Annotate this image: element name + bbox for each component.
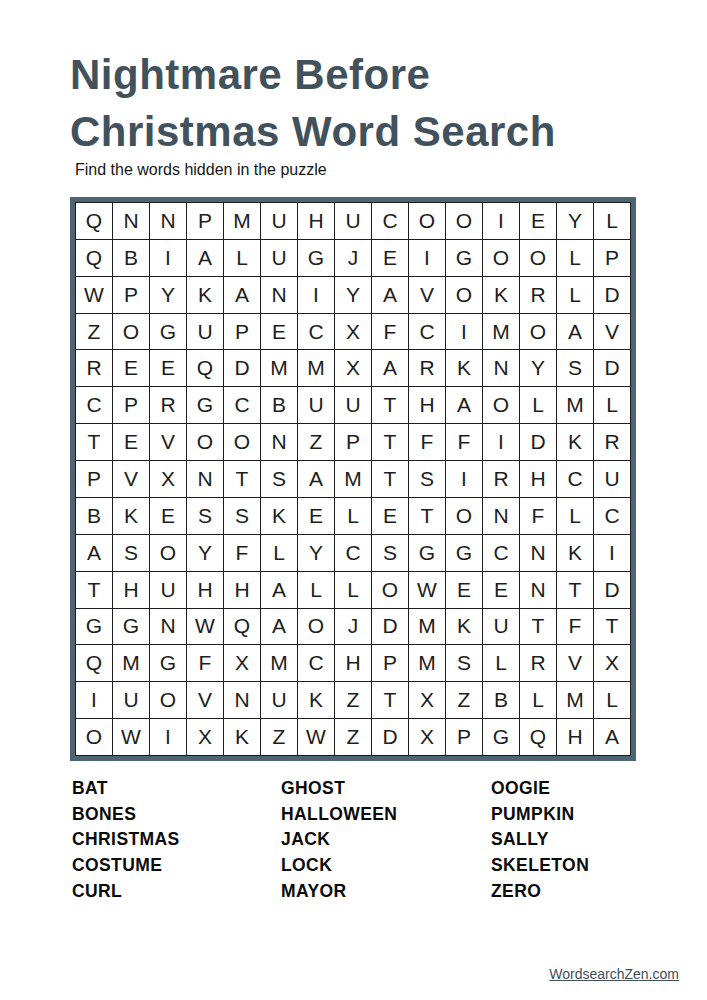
grid-cell-r10c15: I (594, 535, 630, 571)
grid-cell-r1c5: M (224, 203, 260, 239)
grid-cell-r1c14: Y (557, 203, 593, 239)
grid-cell-r13c15: X (594, 645, 630, 681)
grid-cell-r2c10: I (409, 240, 445, 276)
grid-cell-r9c2: K (113, 498, 149, 534)
word-list-column-2: GHOSTHALLOWEENJACKLOCKMAYOR (281, 776, 397, 905)
grid-cell-r3c9: A (372, 277, 408, 313)
grid-cell-r5c8: X (335, 350, 371, 386)
grid-cell-r6c5: C (224, 387, 260, 423)
grid-cell-r1c15: L (594, 203, 630, 239)
grid-cell-r10c10: G (409, 535, 445, 571)
grid-cell-r7c1: T (76, 424, 112, 460)
grid-cell-r11c8: L (335, 572, 371, 608)
grid-cell-r2c9: E (372, 240, 408, 276)
grid-cell-r6c4: G (187, 387, 223, 423)
grid-cell-r1c13: E (520, 203, 556, 239)
word-list-item: BONES (72, 802, 180, 828)
grid-cell-r14c10: X (409, 682, 445, 718)
grid-cell-r14c15: L (594, 682, 630, 718)
grid-cell-r14c14: M (557, 682, 593, 718)
grid-cell-r6c14: M (557, 387, 593, 423)
word-list-item: LOCK (281, 853, 397, 879)
grid-cell-r13c9: P (372, 645, 408, 681)
grid-cell-r11c2: H (113, 572, 149, 608)
grid-cell-r3c15: D (594, 277, 630, 313)
grid-cell-r4c7: C (298, 314, 334, 350)
grid-cell-r5c14: S (557, 350, 593, 386)
grid-cell-r11c5: H (224, 572, 260, 608)
grid-cell-r4c5: P (224, 314, 260, 350)
grid-cell-r15c5: K (224, 719, 260, 755)
word-list-item: MAYOR (281, 879, 397, 905)
grid-cell-r14c3: O (150, 682, 186, 718)
grid-cell-r11c1: T (76, 572, 112, 608)
grid-cell-r3c5: A (224, 277, 260, 313)
grid-cell-r9c10: T (409, 498, 445, 534)
grid-cell-r6c9: T (372, 387, 408, 423)
grid-cell-r12c3: N (150, 609, 186, 645)
grid-cell-r2c2: B (113, 240, 149, 276)
grid-cell-r6c12: O (483, 387, 519, 423)
grid-cell-r1c1: Q (76, 203, 112, 239)
grid-cell-r4c9: F (372, 314, 408, 350)
grid-cell-r8c7: A (298, 461, 334, 497)
grid-cell-r10c9: S (372, 535, 408, 571)
grid-cell-r9c7: E (298, 498, 334, 534)
word-list-item: BAT (72, 776, 180, 802)
word-list-item: CURL (72, 879, 180, 905)
grid-cell-r7c14: K (557, 424, 593, 460)
grid-cell-r5c1: R (76, 350, 112, 386)
grid-cell-r3c12: K (483, 277, 519, 313)
grid-cell-r7c13: D (520, 424, 556, 460)
grid-cell-r3c6: N (261, 277, 297, 313)
grid-cell-r15c2: W (113, 719, 149, 755)
grid-cell-r11c12: E (483, 572, 519, 608)
grid-cell-r8c13: H (520, 461, 556, 497)
grid-cell-r2c6: U (261, 240, 297, 276)
grid-cell-r2c1: Q (76, 240, 112, 276)
grid-cell-r5c3: E (150, 350, 186, 386)
grid-cell-r7c4: O (187, 424, 223, 460)
grid-cell-r14c5: N (224, 682, 260, 718)
word-list-item: PUMPKIN (491, 802, 589, 828)
grid-cell-r7c12: I (483, 424, 519, 460)
grid-cell-r8c3: X (150, 461, 186, 497)
grid-cell-r9c8: L (335, 498, 371, 534)
grid-cell-r2c4: A (187, 240, 223, 276)
grid-cell-r4c6: E (261, 314, 297, 350)
grid-cell-r4c15: V (594, 314, 630, 350)
site-link[interactable]: WordsearchZen.com (549, 966, 679, 982)
grid-cell-r8c4: N (187, 461, 223, 497)
grid-cell-r9c5: S (224, 498, 260, 534)
grid-cell-r4c10: C (409, 314, 445, 350)
grid-cell-r1c12: I (483, 203, 519, 239)
grid-cell-r11c14: T (557, 572, 593, 608)
grid-cell-r6c11: A (446, 387, 482, 423)
grid-cell-r14c2: U (113, 682, 149, 718)
grid-cell-r11c13: N (520, 572, 556, 608)
grid-cell-r8c14: C (557, 461, 593, 497)
grid-cell-r5c13: Y (520, 350, 556, 386)
puzzle-page: Nightmare Before Christmas Word Search F… (0, 0, 707, 1000)
grid-cell-r1c6: U (261, 203, 297, 239)
grid-cell-r3c11: O (446, 277, 482, 313)
grid-cell-r15c4: X (187, 719, 223, 755)
word-search-grid: QNNPMUHUCOOIEYLQBIALUGJEIGOOLPWPYKANIYAV… (76, 203, 630, 755)
grid-cell-r14c1: I (76, 682, 112, 718)
grid-cell-r6c3: R (150, 387, 186, 423)
word-list-item: ZERO (491, 879, 589, 905)
grid-cell-r15c8: Z (335, 719, 371, 755)
grid-cell-r12c14: F (557, 609, 593, 645)
grid-cell-r12c10: M (409, 609, 445, 645)
grid-cell-r13c14: V (557, 645, 593, 681)
grid-cell-r6c8: U (335, 387, 371, 423)
grid-cell-r8c5: T (224, 461, 260, 497)
grid-cell-r5c10: R (409, 350, 445, 386)
grid-cell-r10c5: F (224, 535, 260, 571)
grid-cell-r4c2: O (113, 314, 149, 350)
grid-cell-r10c14: K (557, 535, 593, 571)
word-list-item: SALLY (491, 827, 589, 853)
grid-cell-r2c14: L (557, 240, 593, 276)
grid-cell-r2c11: G (446, 240, 482, 276)
grid-cell-r13c4: F (187, 645, 223, 681)
grid-cell-r2c8: J (335, 240, 371, 276)
grid-cell-r7c11: F (446, 424, 482, 460)
grid-cell-r11c7: L (298, 572, 334, 608)
grid-cell-r14c12: B (483, 682, 519, 718)
grid-cell-r6c1: C (76, 387, 112, 423)
grid-cell-r15c7: W (298, 719, 334, 755)
grid-cell-r12c2: G (113, 609, 149, 645)
grid-cell-r5c7: M (298, 350, 334, 386)
grid-cell-r10c3: O (150, 535, 186, 571)
word-list-item: COSTUME (72, 853, 180, 879)
grid-cell-r13c13: R (520, 645, 556, 681)
grid-cell-r13c2: M (113, 645, 149, 681)
grid-cell-r6c6: B (261, 387, 297, 423)
grid-cell-r5c15: D (594, 350, 630, 386)
grid-cell-r2c5: L (224, 240, 260, 276)
grid-cell-r4c11: I (446, 314, 482, 350)
grid-cell-r10c13: N (520, 535, 556, 571)
grid-cell-r15c1: O (76, 719, 112, 755)
grid-cell-r1c7: H (298, 203, 334, 239)
grid-cell-r6c2: P (113, 387, 149, 423)
grid-cell-r13c12: L (483, 645, 519, 681)
grid-cell-r2c12: O (483, 240, 519, 276)
grid-cell-r10c8: C (335, 535, 371, 571)
grid-cell-r11c15: D (594, 572, 630, 608)
grid-cell-r7c8: P (335, 424, 371, 460)
grid-cell-r8c12: R (483, 461, 519, 497)
grid-cell-r4c12: M (483, 314, 519, 350)
grid-cell-r11c10: W (409, 572, 445, 608)
word-list-item: GHOST (281, 776, 397, 802)
grid-cell-r3c14: L (557, 277, 593, 313)
grid-cell-r12c12: U (483, 609, 519, 645)
word-list-item: SKELETON (491, 853, 589, 879)
grid-cell-r5c6: M (261, 350, 297, 386)
word-list-item: HALLOWEEN (281, 802, 397, 828)
grid-cell-r8c10: S (409, 461, 445, 497)
grid-cell-r8c2: V (113, 461, 149, 497)
grid-cell-r14c9: T (372, 682, 408, 718)
grid-cell-r7c2: E (113, 424, 149, 460)
grid-cell-r12c6: A (261, 609, 297, 645)
grid-cell-r7c6: N (261, 424, 297, 460)
grid-cell-r3c1: W (76, 277, 112, 313)
grid-cell-r9c3: E (150, 498, 186, 534)
grid-cell-r3c8: Y (335, 277, 371, 313)
grid-cell-r12c4: W (187, 609, 223, 645)
grid-cell-r9c15: C (594, 498, 630, 534)
grid-cell-r7c9: T (372, 424, 408, 460)
grid-cell-r14c4: V (187, 682, 223, 718)
grid-cell-r11c6: A (261, 572, 297, 608)
grid-cell-r15c11: P (446, 719, 482, 755)
grid-cell-r3c4: K (187, 277, 223, 313)
grid-cell-r7c10: F (409, 424, 445, 460)
grid-cell-r8c15: U (594, 461, 630, 497)
grid-cell-r10c11: G (446, 535, 482, 571)
grid-cell-r5c5: D (224, 350, 260, 386)
grid-cell-r14c13: L (520, 682, 556, 718)
page-title: Nightmare Before Christmas Word Search (70, 46, 556, 160)
grid-cell-r12c9: D (372, 609, 408, 645)
grid-cell-r3c7: I (298, 277, 334, 313)
grid-cell-r7c7: Z (298, 424, 334, 460)
grid-cell-r11c9: O (372, 572, 408, 608)
grid-cell-r11c11: E (446, 572, 482, 608)
grid-cell-r12c13: T (520, 609, 556, 645)
grid-cell-r5c4: Q (187, 350, 223, 386)
word-list-item: CHRISTMAS (72, 827, 180, 853)
grid-cell-r13c10: M (409, 645, 445, 681)
grid-cell-r13c11: S (446, 645, 482, 681)
grid-cell-r9c11: O (446, 498, 482, 534)
grid-cell-r10c6: L (261, 535, 297, 571)
grid-cell-r8c8: M (335, 461, 371, 497)
grid-cell-r2c7: G (298, 240, 334, 276)
grid-cell-r15c15: A (594, 719, 630, 755)
page-title-line2: Christmas Word Search (70, 103, 556, 160)
grid-cell-r2c13: O (520, 240, 556, 276)
grid-cell-r5c12: N (483, 350, 519, 386)
grid-cell-r7c5: O (224, 424, 260, 460)
grid-cell-r10c12: C (483, 535, 519, 571)
page-title-line1: Nightmare Before (70, 46, 556, 103)
grid-cell-r3c2: P (113, 277, 149, 313)
grid-cell-r1c8: U (335, 203, 371, 239)
grid-cell-r1c3: N (150, 203, 186, 239)
grid-cell-r1c4: P (187, 203, 223, 239)
grid-cell-r2c3: I (150, 240, 186, 276)
grid-cell-r1c10: O (409, 203, 445, 239)
grid-cell-r14c6: U (261, 682, 297, 718)
grid-cell-r13c6: M (261, 645, 297, 681)
grid-cell-r13c7: C (298, 645, 334, 681)
grid-cell-r13c8: H (335, 645, 371, 681)
grid-cell-r5c11: K (446, 350, 482, 386)
grid-cell-r10c2: S (113, 535, 149, 571)
grid-cell-r8c9: T (372, 461, 408, 497)
grid-cell-r6c13: L (520, 387, 556, 423)
grid-cell-r13c1: Q (76, 645, 112, 681)
word-list-item: JACK (281, 827, 397, 853)
grid-cell-r2c15: P (594, 240, 630, 276)
grid-cell-r15c3: I (150, 719, 186, 755)
grid-cell-r15c9: D (372, 719, 408, 755)
grid-cell-r6c15: L (594, 387, 630, 423)
grid-cell-r4c3: G (150, 314, 186, 350)
grid-cell-r8c1: P (76, 461, 112, 497)
grid-cell-r10c4: Y (187, 535, 223, 571)
grid-cell-r3c10: V (409, 277, 445, 313)
grid-cell-r15c6: Z (261, 719, 297, 755)
grid-cell-r3c13: R (520, 277, 556, 313)
grid-cell-r8c11: I (446, 461, 482, 497)
grid-cell-r14c7: K (298, 682, 334, 718)
word-search-grid-frame: QNNPMUHUCOOIEYLQBIALUGJEIGOOLPWPYKANIYAV… (70, 197, 636, 761)
grid-cell-r5c2: E (113, 350, 149, 386)
word-list-column-3: OOGIEPUMPKINSALLYSKELETONZERO (491, 776, 589, 905)
grid-cell-r11c3: U (150, 572, 186, 608)
grid-cell-r12c7: O (298, 609, 334, 645)
grid-cell-r4c13: O (520, 314, 556, 350)
grid-cell-r4c14: A (557, 314, 593, 350)
grid-cell-r7c3: V (150, 424, 186, 460)
grid-cell-r14c8: Z (335, 682, 371, 718)
puzzle-instructions: Find the words hidden in the puzzle (75, 160, 327, 180)
grid-cell-r9c9: E (372, 498, 408, 534)
grid-cell-r14c11: Z (446, 682, 482, 718)
grid-cell-r8c6: S (261, 461, 297, 497)
grid-cell-r9c14: L (557, 498, 593, 534)
grid-cell-r12c5: Q (224, 609, 260, 645)
grid-cell-r9c13: F (520, 498, 556, 534)
grid-cell-r9c12: N (483, 498, 519, 534)
word-list-column-1: BATBONESCHRISTMASCOSTUMECURL (72, 776, 180, 905)
grid-cell-r12c1: G (76, 609, 112, 645)
grid-cell-r15c14: H (557, 719, 593, 755)
grid-cell-r6c10: H (409, 387, 445, 423)
grid-cell-r9c6: K (261, 498, 297, 534)
grid-cell-r9c1: B (76, 498, 112, 534)
grid-cell-r6c7: U (298, 387, 334, 423)
grid-cell-r15c13: Q (520, 719, 556, 755)
grid-cell-r12c11: K (446, 609, 482, 645)
grid-cell-r1c11: O (446, 203, 482, 239)
grid-cell-r4c4: U (187, 314, 223, 350)
grid-cell-r15c12: G (483, 719, 519, 755)
grid-cell-r5c9: A (372, 350, 408, 386)
grid-cell-r9c4: S (187, 498, 223, 534)
grid-cell-r7c15: R (594, 424, 630, 460)
grid-cell-r13c5: X (224, 645, 260, 681)
grid-cell-r4c8: X (335, 314, 371, 350)
grid-cell-r13c3: G (150, 645, 186, 681)
grid-cell-r1c9: C (372, 203, 408, 239)
word-list-item: OOGIE (491, 776, 589, 802)
grid-cell-r15c10: X (409, 719, 445, 755)
grid-cell-r1c2: N (113, 203, 149, 239)
grid-cell-r10c7: Y (298, 535, 334, 571)
grid-cell-r12c8: J (335, 609, 371, 645)
grid-cell-r10c1: A (76, 535, 112, 571)
grid-cell-r4c1: Z (76, 314, 112, 350)
grid-cell-r3c3: Y (150, 277, 186, 313)
grid-cell-r11c4: H (187, 572, 223, 608)
grid-cell-r12c15: T (594, 609, 630, 645)
